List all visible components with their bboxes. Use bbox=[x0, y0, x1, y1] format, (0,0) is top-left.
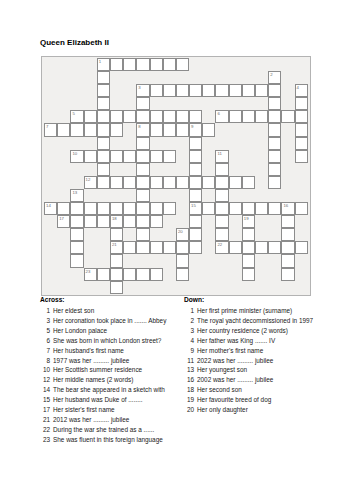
white-cell[interactable] bbox=[189, 215, 202, 228]
white-cell[interactable]: 21 bbox=[110, 241, 123, 254]
white-cell[interactable] bbox=[110, 268, 123, 281]
white-cell[interactable] bbox=[97, 97, 110, 110]
white-cell[interactable] bbox=[123, 268, 136, 281]
block-cell bbox=[163, 215, 176, 228]
block-cell bbox=[84, 71, 97, 84]
clue-line-text: Her father was King ....... IV bbox=[197, 336, 334, 346]
block-cell bbox=[123, 281, 136, 294]
white-cell[interactable] bbox=[110, 150, 123, 163]
block-cell bbox=[202, 189, 215, 202]
white-cell[interactable] bbox=[110, 58, 123, 71]
white-cell[interactable] bbox=[215, 176, 228, 189]
white-cell[interactable]: 1 bbox=[97, 58, 110, 71]
block-cell bbox=[110, 137, 123, 150]
clue-number: 22 bbox=[217, 242, 222, 247]
block-cell bbox=[123, 123, 136, 136]
clue-line: 10Her Scottish summer residence bbox=[40, 365, 188, 375]
block-cell bbox=[189, 268, 202, 281]
white-cell[interactable] bbox=[163, 241, 176, 254]
white-cell[interactable] bbox=[202, 202, 215, 215]
white-cell[interactable] bbox=[84, 150, 97, 163]
clue-line-text: 2022 was her ......... jubilee bbox=[197, 356, 334, 366]
white-cell[interactable]: 12 bbox=[84, 176, 97, 189]
white-cell[interactable]: 16 bbox=[281, 202, 294, 215]
block-cell bbox=[255, 150, 268, 163]
white-cell[interactable] bbox=[295, 123, 308, 136]
white-cell[interactable] bbox=[150, 202, 163, 215]
clue-line: 112022 was her ......... jubilee bbox=[184, 356, 334, 366]
block-cell bbox=[110, 97, 123, 110]
block-cell bbox=[44, 84, 57, 97]
clue-number: 13 bbox=[72, 190, 77, 195]
white-cell[interactable] bbox=[70, 202, 83, 215]
white-cell[interactable] bbox=[189, 150, 202, 163]
white-cell[interactable] bbox=[295, 241, 308, 254]
block-cell bbox=[189, 71, 202, 84]
white-cell[interactable] bbox=[163, 176, 176, 189]
white-cell[interactable] bbox=[229, 202, 242, 215]
clue-number: 6 bbox=[217, 111, 219, 116]
block-cell bbox=[255, 58, 268, 71]
clue-line-number: 2 bbox=[184, 316, 194, 326]
block-cell bbox=[70, 268, 83, 281]
clue-line-text: Her country residence (2 words) bbox=[197, 326, 334, 336]
white-cell[interactable] bbox=[268, 176, 281, 189]
white-cell[interactable] bbox=[189, 84, 202, 97]
crossword-grid: 1234567891011121314151617181920212223 bbox=[41, 56, 311, 296]
white-cell[interactable]: 20 bbox=[176, 228, 189, 241]
block-cell bbox=[255, 189, 268, 202]
white-cell[interactable] bbox=[295, 202, 308, 215]
clue-line-number: 13 bbox=[184, 365, 194, 375]
white-cell[interactable] bbox=[110, 123, 123, 136]
block-cell bbox=[215, 97, 228, 110]
white-cell[interactable] bbox=[268, 123, 281, 136]
block-cell bbox=[44, 110, 57, 123]
block-cell bbox=[57, 71, 70, 84]
clue-line-number: 4 bbox=[184, 336, 194, 346]
block-cell bbox=[44, 137, 57, 150]
white-cell[interactable] bbox=[176, 254, 189, 267]
white-cell[interactable] bbox=[295, 97, 308, 110]
white-cell[interactable] bbox=[70, 123, 83, 136]
clue-line: 19Her favourite breed of dog bbox=[184, 395, 334, 405]
block-cell bbox=[57, 110, 70, 123]
white-cell[interactable] bbox=[215, 189, 228, 202]
block-cell bbox=[202, 137, 215, 150]
block-cell bbox=[242, 163, 255, 176]
white-cell[interactable] bbox=[215, 163, 228, 176]
white-cell[interactable] bbox=[202, 176, 215, 189]
block-cell bbox=[123, 137, 136, 150]
block-cell bbox=[163, 268, 176, 281]
white-cell[interactable] bbox=[176, 241, 189, 254]
white-cell[interactable] bbox=[150, 241, 163, 254]
white-cell[interactable] bbox=[163, 58, 176, 71]
white-cell[interactable] bbox=[57, 202, 70, 215]
block-cell bbox=[202, 97, 215, 110]
white-cell[interactable] bbox=[97, 123, 110, 136]
block-cell bbox=[229, 268, 242, 281]
white-cell[interactable] bbox=[150, 84, 163, 97]
white-cell[interactable] bbox=[242, 254, 255, 267]
white-cell[interactable] bbox=[136, 137, 149, 150]
clue-number: 16 bbox=[283, 203, 288, 208]
block-cell bbox=[44, 241, 57, 254]
block-cell bbox=[163, 189, 176, 202]
block-cell bbox=[176, 189, 189, 202]
block-cell bbox=[84, 241, 97, 254]
white-cell[interactable] bbox=[97, 110, 110, 123]
white-cell[interactable] bbox=[255, 202, 268, 215]
white-cell[interactable] bbox=[150, 215, 163, 228]
white-cell[interactable]: 2 bbox=[268, 71, 281, 84]
white-cell[interactable] bbox=[97, 71, 110, 84]
white-cell[interactable] bbox=[110, 254, 123, 267]
block-cell bbox=[229, 163, 242, 176]
clue-line: 162002 was her ......... jubilee bbox=[184, 375, 334, 385]
clue-line-text: Her sister's first name bbox=[53, 405, 188, 415]
white-cell[interactable] bbox=[136, 110, 149, 123]
clue-line-number: 16 bbox=[184, 375, 194, 385]
clue-line-number: 8 bbox=[40, 356, 50, 366]
block-cell bbox=[215, 254, 228, 267]
white-cell[interactable] bbox=[215, 84, 228, 97]
white-cell[interactable] bbox=[136, 150, 149, 163]
block-cell bbox=[268, 281, 281, 294]
white-cell[interactable] bbox=[97, 137, 110, 150]
white-cell[interactable] bbox=[136, 58, 149, 71]
block-cell bbox=[176, 202, 189, 215]
block-cell bbox=[242, 189, 255, 202]
down-header: Down: bbox=[184, 296, 334, 303]
block-cell bbox=[189, 58, 202, 71]
white-cell[interactable] bbox=[70, 228, 83, 241]
block-cell bbox=[255, 163, 268, 176]
block-cell bbox=[281, 84, 294, 97]
white-cell[interactable]: 13 bbox=[70, 189, 83, 202]
white-cell[interactable]: 6 bbox=[215, 110, 228, 123]
white-cell[interactable] bbox=[97, 150, 110, 163]
white-cell[interactable] bbox=[176, 268, 189, 281]
white-cell[interactable] bbox=[189, 137, 202, 150]
block-cell bbox=[281, 97, 294, 110]
block-cell bbox=[215, 58, 228, 71]
white-cell[interactable] bbox=[242, 268, 255, 281]
block-cell bbox=[136, 281, 149, 294]
white-cell[interactable] bbox=[84, 215, 97, 228]
white-cell[interactable] bbox=[268, 202, 281, 215]
clue-line-text: Her first prime minister (surname) bbox=[197, 306, 334, 316]
white-cell[interactable] bbox=[281, 228, 294, 241]
white-cell[interactable]: 23 bbox=[84, 268, 97, 281]
white-cell[interactable] bbox=[163, 150, 176, 163]
block-cell bbox=[44, 281, 57, 294]
white-cell[interactable] bbox=[281, 241, 294, 254]
white-cell[interactable] bbox=[84, 110, 97, 123]
clue-line-number: 20 bbox=[184, 405, 194, 415]
block-cell bbox=[110, 84, 123, 97]
block-cell bbox=[57, 268, 70, 281]
block-cell bbox=[150, 228, 163, 241]
white-cell[interactable] bbox=[136, 228, 149, 241]
white-cell[interactable] bbox=[176, 58, 189, 71]
block-cell bbox=[110, 163, 123, 176]
white-cell[interactable] bbox=[242, 241, 255, 254]
white-cell[interactable] bbox=[229, 176, 242, 189]
clue-line: 7Her husband's first name bbox=[40, 346, 188, 356]
white-cell[interactable] bbox=[110, 228, 123, 241]
white-cell[interactable] bbox=[97, 84, 110, 97]
white-cell[interactable] bbox=[295, 137, 308, 150]
white-cell[interactable] bbox=[268, 241, 281, 254]
white-cell[interactable] bbox=[123, 176, 136, 189]
clue-number: 21 bbox=[112, 242, 117, 247]
white-cell[interactable] bbox=[189, 176, 202, 189]
clue-line-text: 2002 was her ......... jubilee bbox=[197, 375, 334, 385]
white-cell[interactable] bbox=[189, 228, 202, 241]
block-cell bbox=[202, 268, 215, 281]
white-cell[interactable] bbox=[189, 163, 202, 176]
white-cell[interactable] bbox=[281, 215, 294, 228]
block-cell bbox=[70, 137, 83, 150]
white-cell[interactable] bbox=[189, 189, 202, 202]
block-cell bbox=[97, 281, 110, 294]
block-cell bbox=[176, 215, 189, 228]
block-cell bbox=[229, 254, 242, 267]
white-cell[interactable]: 22 bbox=[215, 241, 228, 254]
block-cell bbox=[202, 215, 215, 228]
white-cell[interactable] bbox=[97, 163, 110, 176]
white-cell[interactable] bbox=[268, 163, 281, 176]
white-cell[interactable]: 8 bbox=[136, 123, 149, 136]
white-cell[interactable] bbox=[202, 84, 215, 97]
clue-line: 13Her youngest son bbox=[184, 365, 334, 375]
white-cell[interactable] bbox=[136, 163, 149, 176]
white-cell[interactable] bbox=[123, 110, 136, 123]
clue-number: 10 bbox=[72, 151, 77, 156]
clue-line: 20Her only daughter bbox=[184, 405, 334, 415]
white-cell[interactable] bbox=[176, 110, 189, 123]
clue-line-text: Her Scottish summer residence bbox=[53, 365, 188, 375]
white-cell[interactable]: 5 bbox=[70, 110, 83, 123]
block-cell bbox=[57, 176, 70, 189]
white-cell[interactable] bbox=[176, 84, 189, 97]
clue-number: 23 bbox=[86, 269, 91, 274]
white-cell[interactable]: 7 bbox=[44, 123, 57, 136]
white-cell[interactable] bbox=[136, 241, 149, 254]
block-cell bbox=[57, 228, 70, 241]
block-cell bbox=[57, 150, 70, 163]
white-cell[interactable] bbox=[84, 202, 97, 215]
white-cell[interactable] bbox=[229, 241, 242, 254]
white-cell[interactable] bbox=[242, 228, 255, 241]
block-cell bbox=[255, 268, 268, 281]
white-cell[interactable] bbox=[189, 110, 202, 123]
white-cell[interactable] bbox=[255, 110, 268, 123]
white-cell[interactable] bbox=[136, 189, 149, 202]
clue-line-text: 1977 was her ......... jubilee bbox=[53, 356, 188, 366]
across-header: Across: bbox=[40, 296, 188, 303]
white-cell[interactable] bbox=[123, 215, 136, 228]
white-cell[interactable] bbox=[268, 150, 281, 163]
block-cell bbox=[295, 163, 308, 176]
white-cell[interactable] bbox=[136, 97, 149, 110]
white-cell[interactable] bbox=[215, 215, 228, 228]
white-cell[interactable] bbox=[57, 123, 70, 136]
clue-line-text: Her eldest son bbox=[53, 306, 188, 316]
white-cell[interactable] bbox=[123, 150, 136, 163]
white-cell[interactable] bbox=[215, 228, 228, 241]
white-cell[interactable] bbox=[110, 176, 123, 189]
clue-number: 17 bbox=[59, 216, 64, 221]
block-cell bbox=[44, 268, 57, 281]
clue-line-number: 18 bbox=[184, 385, 194, 395]
clue-number: 4 bbox=[297, 85, 299, 90]
white-cell[interactable] bbox=[255, 84, 268, 97]
clue-line-number: 21 bbox=[40, 415, 50, 425]
clue-number: 3 bbox=[138, 85, 140, 90]
block-cell bbox=[70, 58, 83, 71]
white-cell[interactable] bbox=[110, 110, 123, 123]
clue-line-text: Her mother's first name bbox=[197, 346, 334, 356]
white-cell[interactable]: 10 bbox=[70, 150, 83, 163]
white-cell[interactable] bbox=[97, 268, 110, 281]
block-cell bbox=[176, 150, 189, 163]
white-cell[interactable] bbox=[242, 176, 255, 189]
white-cell[interactable] bbox=[163, 202, 176, 215]
white-cell[interactable] bbox=[123, 202, 136, 215]
block-cell bbox=[150, 254, 163, 267]
white-cell[interactable]: 4 bbox=[295, 84, 308, 97]
white-cell[interactable] bbox=[97, 202, 110, 215]
block-cell bbox=[281, 123, 294, 136]
white-cell[interactable]: 9 bbox=[189, 123, 202, 136]
white-cell[interactable] bbox=[136, 215, 149, 228]
block-cell bbox=[163, 228, 176, 241]
block-cell bbox=[295, 254, 308, 267]
clue-number: 18 bbox=[112, 216, 117, 221]
clue-number: 2 bbox=[270, 72, 272, 77]
clue-number: 7 bbox=[46, 124, 48, 129]
page-title: Queen Elizabeth II bbox=[40, 38, 109, 47]
white-cell[interactable]: 14 bbox=[44, 202, 57, 215]
block-cell bbox=[44, 189, 57, 202]
block-cell bbox=[215, 123, 228, 136]
block-cell bbox=[57, 84, 70, 97]
white-cell[interactable]: 19 bbox=[242, 215, 255, 228]
white-cell[interactable] bbox=[229, 84, 242, 97]
white-cell[interactable] bbox=[268, 97, 281, 110]
white-cell[interactable] bbox=[150, 58, 163, 71]
white-cell[interactable] bbox=[136, 202, 149, 215]
clue-number: 11 bbox=[217, 151, 221, 156]
white-cell[interactable] bbox=[84, 123, 97, 136]
white-cell[interactable]: 18 bbox=[110, 215, 123, 228]
white-cell[interactable] bbox=[150, 268, 163, 281]
white-cell[interactable] bbox=[281, 110, 294, 123]
white-cell[interactable] bbox=[229, 110, 242, 123]
clue-line-text: Her London palace bbox=[53, 326, 188, 336]
clue-line-text: The bear she appeared in a sketch with bbox=[53, 385, 188, 395]
block-cell bbox=[295, 215, 308, 228]
white-cell[interactable] bbox=[281, 268, 294, 281]
white-cell[interactable] bbox=[242, 110, 255, 123]
white-cell[interactable] bbox=[255, 241, 268, 254]
block-cell bbox=[242, 123, 255, 136]
white-cell[interactable] bbox=[176, 123, 189, 136]
block-cell bbox=[84, 58, 97, 71]
clue-line: 18Her second son bbox=[184, 385, 334, 395]
block-cell bbox=[84, 97, 97, 110]
white-cell[interactable] bbox=[176, 176, 189, 189]
white-cell[interactable] bbox=[268, 137, 281, 150]
white-cell[interactable] bbox=[150, 123, 163, 136]
block-cell bbox=[202, 150, 215, 163]
white-cell[interactable] bbox=[70, 215, 83, 228]
white-cell[interactable] bbox=[189, 241, 202, 254]
white-cell[interactable] bbox=[295, 150, 308, 163]
block-cell bbox=[84, 163, 97, 176]
white-cell[interactable] bbox=[110, 281, 123, 294]
white-cell[interactable] bbox=[70, 241, 83, 254]
block-cell bbox=[84, 137, 97, 150]
block-cell bbox=[202, 58, 215, 71]
white-cell[interactable] bbox=[150, 176, 163, 189]
white-cell[interactable] bbox=[268, 110, 281, 123]
white-cell[interactable] bbox=[150, 150, 163, 163]
white-cell[interactable] bbox=[215, 202, 228, 215]
block-cell bbox=[281, 150, 294, 163]
white-cell[interactable] bbox=[110, 202, 123, 215]
clue-line-number: 3 bbox=[184, 326, 194, 336]
white-cell[interactable] bbox=[281, 254, 294, 267]
block-cell bbox=[255, 71, 268, 84]
white-cell[interactable] bbox=[150, 110, 163, 123]
white-cell[interactable] bbox=[242, 84, 255, 97]
block-cell bbox=[176, 137, 189, 150]
block-cell bbox=[44, 58, 57, 71]
block-cell bbox=[255, 228, 268, 241]
white-cell[interactable] bbox=[163, 110, 176, 123]
block-cell bbox=[150, 281, 163, 294]
white-cell[interactable] bbox=[136, 268, 149, 281]
block-cell bbox=[255, 123, 268, 136]
block-cell bbox=[202, 281, 215, 294]
clue-line-number: 6 bbox=[40, 336, 50, 346]
block-cell bbox=[295, 71, 308, 84]
white-cell[interactable]: 17 bbox=[57, 215, 70, 228]
white-cell[interactable]: 3 bbox=[136, 84, 149, 97]
white-cell[interactable] bbox=[163, 123, 176, 136]
white-cell[interactable] bbox=[268, 84, 281, 97]
white-cell[interactable] bbox=[242, 202, 255, 215]
white-cell[interactable] bbox=[163, 84, 176, 97]
white-cell[interactable]: 11 bbox=[215, 150, 228, 163]
white-cell[interactable] bbox=[202, 123, 215, 136]
block-cell bbox=[44, 150, 57, 163]
white-cell[interactable] bbox=[123, 241, 136, 254]
white-cell[interactable] bbox=[70, 254, 83, 267]
white-cell[interactable] bbox=[123, 58, 136, 71]
block-cell bbox=[163, 97, 176, 110]
white-cell[interactable] bbox=[136, 176, 149, 189]
white-cell[interactable] bbox=[97, 176, 110, 189]
white-cell[interactable] bbox=[97, 215, 110, 228]
block-cell bbox=[123, 254, 136, 267]
white-cell[interactable] bbox=[295, 110, 308, 123]
white-cell[interactable]: 15 bbox=[189, 202, 202, 215]
